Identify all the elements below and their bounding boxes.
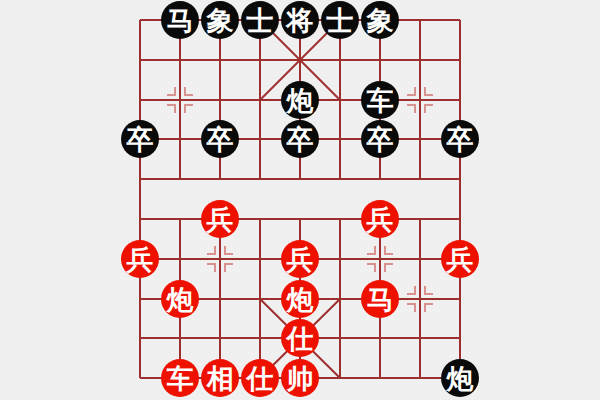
piece-red-pawn[interactable]: 兵 bbox=[121, 240, 159, 278]
point-marker bbox=[425, 87, 433, 95]
point-marker bbox=[407, 286, 415, 294]
piece-black-elephant[interactable]: 象 bbox=[201, 1, 239, 39]
point-marker bbox=[185, 105, 193, 113]
point-marker bbox=[367, 246, 375, 254]
piece-black-elephant[interactable]: 象 bbox=[361, 1, 399, 39]
piece-black-pawn[interactable]: 卒 bbox=[121, 120, 159, 158]
piece-black-chariot[interactable]: 车 bbox=[361, 81, 399, 119]
point-marker bbox=[385, 246, 393, 254]
piece-red-elephant[interactable]: 相 bbox=[201, 359, 239, 397]
xiangqi-app: 马象士将士象炮车卒卒卒卒卒兵兵兵兵兵炮炮马仕车相仕帅炮 bbox=[0, 0, 600, 400]
point-marker bbox=[407, 105, 415, 113]
piece-black-cannon[interactable]: 炮 bbox=[441, 359, 479, 397]
point-marker bbox=[167, 105, 175, 113]
point-marker bbox=[207, 264, 215, 272]
piece-black-horse[interactable]: 马 bbox=[161, 1, 199, 39]
piece-red-advisor[interactable]: 仕 bbox=[281, 319, 319, 357]
piece-black-pawn[interactable]: 卒 bbox=[441, 120, 479, 158]
piece-red-pawn[interactable]: 兵 bbox=[281, 240, 319, 278]
piece-red-chariot[interactable]: 车 bbox=[161, 359, 199, 397]
point-marker bbox=[425, 286, 433, 294]
piece-red-pawn[interactable]: 兵 bbox=[201, 200, 239, 238]
piece-black-cannon[interactable]: 炮 bbox=[281, 81, 319, 119]
point-marker bbox=[225, 246, 233, 254]
piece-black-pawn[interactable]: 卒 bbox=[201, 120, 239, 158]
piece-red-cannon[interactable]: 炮 bbox=[161, 280, 199, 318]
piece-black-king[interactable]: 将 bbox=[281, 1, 319, 39]
xiangqi-board[interactable]: 马象士将士象炮车卒卒卒卒卒兵兵兵兵兵炮炮马仕车相仕帅炮 bbox=[0, 0, 600, 400]
piece-red-pawn[interactable]: 兵 bbox=[361, 200, 399, 238]
piece-black-pawn[interactable]: 卒 bbox=[281, 120, 319, 158]
piece-black-advisor[interactable]: 士 bbox=[241, 1, 279, 39]
piece-red-cannon[interactable]: 炮 bbox=[281, 280, 319, 318]
point-marker bbox=[407, 87, 415, 95]
piece-black-advisor[interactable]: 士 bbox=[321, 1, 359, 39]
piece-red-horse[interactable]: 马 bbox=[361, 280, 399, 318]
piece-red-advisor[interactable]: 仕 bbox=[241, 359, 279, 397]
point-marker bbox=[407, 304, 415, 312]
point-marker bbox=[207, 246, 215, 254]
piece-red-pawn[interactable]: 兵 bbox=[441, 240, 479, 278]
piece-black-pawn[interactable]: 卒 bbox=[361, 120, 399, 158]
point-marker bbox=[367, 264, 375, 272]
point-marker bbox=[425, 304, 433, 312]
point-marker bbox=[185, 87, 193, 95]
point-marker bbox=[385, 264, 393, 272]
point-marker bbox=[425, 105, 433, 113]
piece-red-king[interactable]: 帅 bbox=[281, 359, 319, 397]
point-marker bbox=[225, 264, 233, 272]
point-marker bbox=[167, 87, 175, 95]
